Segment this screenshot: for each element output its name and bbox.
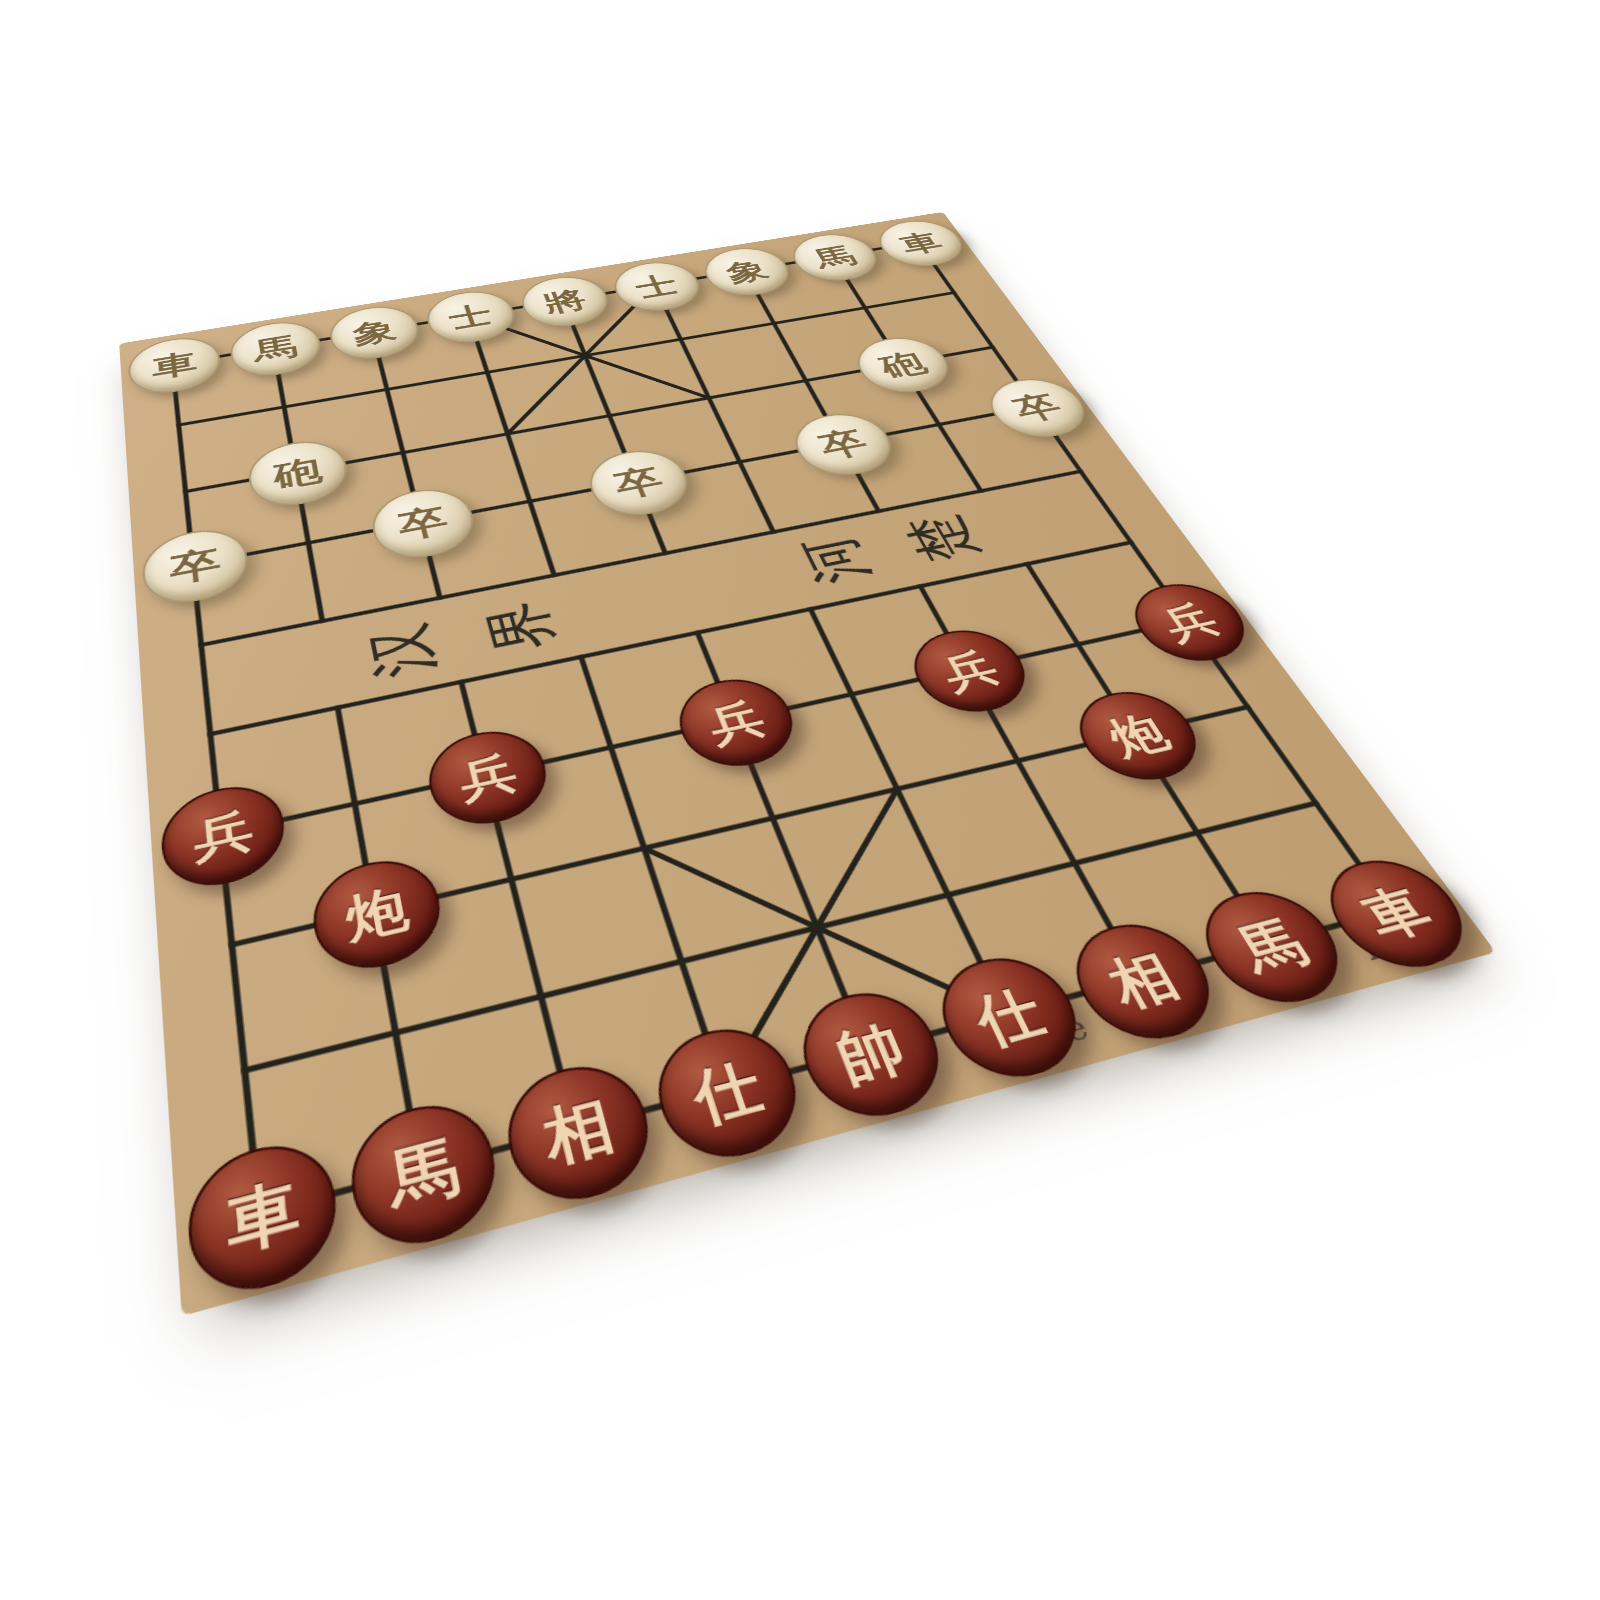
piece-red-soldier[interactable]: 兵 <box>421 722 558 835</box>
piece-glyph: 車 <box>1352 881 1441 945</box>
piece-ivory-chariot[interactable]: 車 <box>868 216 974 272</box>
piece-red-soldier[interactable]: 兵 <box>898 622 1042 722</box>
piece-ivory-soldier[interactable]: 卒 <box>580 444 698 523</box>
piece-glyph: 卒 <box>168 544 223 587</box>
piece-glyph: 卒 <box>1007 390 1068 425</box>
piece-glyph: 車 <box>895 229 947 256</box>
piece-glyph: 象 <box>350 317 399 348</box>
piece-glyph: 兵 <box>702 696 771 748</box>
piece-glyph: 士 <box>632 272 683 301</box>
piece-glyph: 帥 <box>829 1016 914 1090</box>
piece-glyph: 車 <box>151 349 198 382</box>
piece-red-advisor[interactable]: 仕 <box>644 1016 815 1173</box>
piece-glyph: 象 <box>721 257 772 285</box>
piece-ivory-elephant[interactable]: 象 <box>325 301 425 365</box>
piece-ivory-soldier[interactable]: 卒 <box>366 482 481 565</box>
piece-red-soldier[interactable]: 兵 <box>159 776 290 897</box>
piece-glyph: 卒 <box>395 503 451 544</box>
piece-glyph: 砲 <box>874 348 931 381</box>
pieces-layer: 車馬象士將士象馬車砲砲卒卒卒卒卒兵兵兵兵兵炮炮車馬相仕帥仕相馬車 <box>119 212 1496 1316</box>
piece-glyph: 馬 <box>809 243 861 271</box>
piece-ivory-cannon[interactable]: 砲 <box>245 435 353 513</box>
piece-glyph: 相 <box>1099 946 1186 1015</box>
piece-ivory-advisor[interactable]: 士 <box>606 257 709 316</box>
piece-ivory-general[interactable]: 將 <box>514 271 616 332</box>
piece-glyph: 士 <box>446 301 495 331</box>
piece-ivory-soldier[interactable]: 卒 <box>783 407 904 482</box>
piece-glyph: 兵 <box>1154 599 1226 645</box>
piece-red-horse[interactable]: 馬 <box>343 1091 507 1260</box>
piece-ivory-horse[interactable]: 馬 <box>783 229 888 286</box>
piece-glyph: 仕 <box>966 981 1052 1052</box>
piece-glyph: 兵 <box>934 646 1005 695</box>
piece-glyph: 車 <box>224 1173 302 1259</box>
piece-red-soldier[interactable]: 兵 <box>667 670 808 776</box>
piece-red-elephant[interactable]: 相 <box>496 1053 664 1216</box>
piece-ivory-chariot[interactable]: 車 <box>127 332 224 399</box>
piece-glyph: 卒 <box>610 463 668 502</box>
piece-ivory-elephant[interactable]: 象 <box>695 243 799 301</box>
piece-red-chariot[interactable]: 車 <box>184 1131 344 1307</box>
piece-red-advisor[interactable]: 仕 <box>923 945 1099 1091</box>
piece-red-soldier[interactable]: 兵 <box>1117 576 1264 670</box>
piece-ivory-soldier[interactable]: 卒 <box>976 373 1100 444</box>
piece-red-cannon[interactable]: 炮 <box>307 850 450 981</box>
piece-glyph: 馬 <box>1228 913 1316 979</box>
piece-glyph: 兵 <box>455 749 522 804</box>
piece-ivory-cannon[interactable]: 砲 <box>845 332 961 399</box>
piece-glyph: 砲 <box>272 454 325 492</box>
piece-ivory-advisor[interactable]: 士 <box>421 286 522 348</box>
product-photo-scene: 汉界 河楚 Ne mm 車馬象士將士象馬車砲砲卒卒卒卒卒兵兵兵兵兵炮炮車馬相仕帥… <box>0 0 1600 1600</box>
piece-glyph: 炮 <box>1100 709 1176 762</box>
piece-red-cannon[interactable]: 炮 <box>1061 682 1217 790</box>
piece-glyph: 馬 <box>252 333 300 365</box>
piece-glyph: 卒 <box>814 426 873 463</box>
piece-glyph: 相 <box>538 1092 620 1172</box>
piece-glyph: 將 <box>540 286 590 316</box>
piece-red-general[interactable]: 帥 <box>786 980 959 1131</box>
piece-glyph: 兵 <box>191 806 255 865</box>
xiangqi-board: 汉界 河楚 Ne mm 車馬象士將士象馬車砲砲卒卒卒卒卒兵兵兵兵兵炮炮車馬相仕帥… <box>119 212 1496 1316</box>
piece-glyph: 馬 <box>384 1132 464 1215</box>
piece-ivory-horse[interactable]: 馬 <box>227 316 325 381</box>
piece-glyph: 仕 <box>686 1053 770 1130</box>
piece-glyph: 炮 <box>342 881 412 945</box>
piece-ivory-soldier[interactable]: 卒 <box>140 523 251 611</box>
